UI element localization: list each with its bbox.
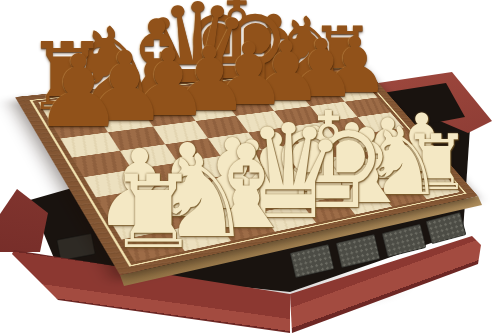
pieces-layer: ♜♞♝♛♚♝♞♜♟♟♟♟♟♟♟♟♟♟♟♟♟♟♟♟♜♞♝♛♚♝♞♜ [0,0,500,335]
scene: ♜♞♝♛♚♝♞♜♟♟♟♟♟♟♟♟♟♟♟♟♟♟♟♟♜♞♝♛♚♝♞♜ [0,0,500,335]
piece-white-rook[interactable]: ♜ [108,163,198,264]
